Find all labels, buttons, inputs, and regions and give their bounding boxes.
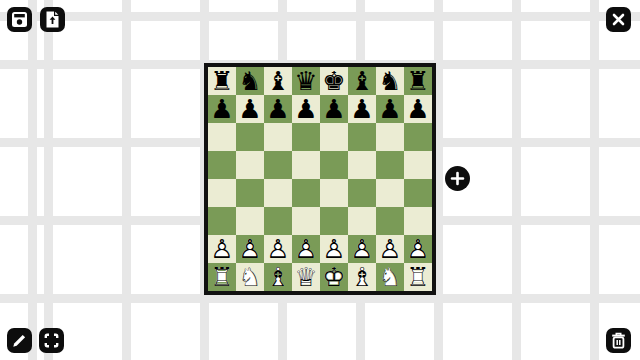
black-king-glyph: ♚ [320, 67, 348, 95]
square-b5[interactable] [236, 151, 264, 179]
black-pawn-glyph: ♟ [264, 95, 292, 123]
piece-black-pawn[interactable]: ♟ [404, 95, 432, 123]
square-c7[interactable]: ♟ [264, 95, 292, 123]
square-b4[interactable] [236, 179, 264, 207]
white-pawn-outline-glyph: ♙ [208, 235, 236, 263]
black-pawn-glyph: ♟ [208, 95, 236, 123]
white-pawn-outline-glyph: ♙ [264, 235, 292, 263]
piece-black-pawn[interactable]: ♟ [292, 95, 320, 123]
square-g7[interactable]: ♟ [376, 95, 404, 123]
fullscreen-button[interactable] [39, 328, 64, 353]
trash-icon [606, 328, 631, 353]
white-rook-outline-glyph: ♖ [208, 263, 236, 291]
piece-white-king[interactable]: ♚♔ [320, 263, 348, 291]
square-e7[interactable]: ♟ [320, 95, 348, 123]
square-a4[interactable] [208, 179, 236, 207]
white-knight-outline-glyph: ♘ [376, 263, 404, 291]
delete-button[interactable] [606, 328, 631, 353]
black-pawn-glyph: ♟ [348, 95, 376, 123]
piece-white-rook[interactable]: ♜♖ [208, 263, 236, 291]
white-bishop-outline-glyph: ♗ [348, 263, 376, 291]
square-c5[interactable] [264, 151, 292, 179]
square-f3[interactable] [348, 207, 376, 235]
square-d4[interactable] [292, 179, 320, 207]
upload-button[interactable] [40, 7, 65, 32]
square-a2[interactable]: ♟♙ [208, 235, 236, 263]
square-a6[interactable] [208, 123, 236, 151]
square-g6[interactable] [376, 123, 404, 151]
piece-white-pawn[interactable]: ♟♙ [292, 235, 320, 263]
piece-black-bishop[interactable]: ♝ [348, 67, 376, 95]
square-g8[interactable]: ♞ [376, 67, 404, 95]
piece-black-pawn[interactable]: ♟ [236, 95, 264, 123]
piece-white-pawn[interactable]: ♟♙ [208, 235, 236, 263]
save-icon [7, 7, 32, 32]
black-queen-glyph: ♛ [292, 67, 320, 95]
piece-white-rook[interactable]: ♜♖ [404, 263, 432, 291]
square-e8[interactable]: ♚ [320, 67, 348, 95]
piece-white-pawn[interactable]: ♟♙ [236, 235, 264, 263]
piece-black-pawn[interactable]: ♟ [320, 95, 348, 123]
white-bishop-outline-glyph: ♗ [264, 263, 292, 291]
square-b6[interactable] [236, 123, 264, 151]
square-h6[interactable] [404, 123, 432, 151]
white-pawn-outline-glyph: ♙ [348, 235, 376, 263]
piece-black-knight[interactable]: ♞ [236, 67, 264, 95]
square-d8[interactable]: ♛ [292, 67, 320, 95]
square-f2[interactable]: ♟♙ [348, 235, 376, 263]
piece-white-pawn[interactable]: ♟♙ [264, 235, 292, 263]
piece-black-queen[interactable]: ♛ [292, 67, 320, 95]
black-pawn-glyph: ♟ [376, 95, 404, 123]
square-h3[interactable] [404, 207, 432, 235]
square-d5[interactable] [292, 151, 320, 179]
piece-black-knight[interactable]: ♞ [376, 67, 404, 95]
save-button[interactable] [7, 7, 32, 32]
square-a1[interactable]: ♜♖ [208, 263, 236, 291]
square-e2[interactable]: ♟♙ [320, 235, 348, 263]
white-pawn-outline-glyph: ♙ [376, 235, 404, 263]
piece-black-king[interactable]: ♚ [320, 67, 348, 95]
white-queen-outline-glyph: ♕ [292, 263, 320, 291]
black-pawn-glyph: ♟ [236, 95, 264, 123]
black-pawn-glyph: ♟ [292, 95, 320, 123]
square-d3[interactable] [292, 207, 320, 235]
square-d2[interactable]: ♟♙ [292, 235, 320, 263]
square-g1[interactable]: ♞♘ [376, 263, 404, 291]
piece-white-queen[interactable]: ♛♕ [292, 263, 320, 291]
piece-white-bishop[interactable]: ♝♗ [348, 263, 376, 291]
square-h8[interactable]: ♜ [404, 67, 432, 95]
piece-white-pawn[interactable]: ♟♙ [320, 235, 348, 263]
square-f5[interactable] [348, 151, 376, 179]
square-b2[interactable]: ♟♙ [236, 235, 264, 263]
square-f8[interactable]: ♝ [348, 67, 376, 95]
black-pawn-glyph: ♟ [404, 95, 432, 123]
black-pawn-glyph: ♟ [320, 95, 348, 123]
square-f1[interactable]: ♝♗ [348, 263, 376, 291]
square-g5[interactable] [376, 151, 404, 179]
white-pawn-outline-glyph: ♙ [320, 235, 348, 263]
square-f7[interactable]: ♟ [348, 95, 376, 123]
white-knight-outline-glyph: ♘ [236, 263, 264, 291]
edit-button[interactable] [7, 328, 32, 353]
black-rook-glyph: ♜ [404, 67, 432, 95]
square-b7[interactable]: ♟ [236, 95, 264, 123]
piece-white-pawn[interactable]: ♟♙ [348, 235, 376, 263]
square-c6[interactable] [264, 123, 292, 151]
piece-black-pawn[interactable]: ♟ [264, 95, 292, 123]
square-f6[interactable] [348, 123, 376, 151]
piece-white-pawn[interactable]: ♟♙ [404, 235, 432, 263]
white-pawn-outline-glyph: ♙ [404, 235, 432, 263]
square-f4[interactable] [348, 179, 376, 207]
plus-icon [445, 166, 470, 191]
square-c2[interactable]: ♟♙ [264, 235, 292, 263]
square-e5[interactable] [320, 151, 348, 179]
square-h2[interactable]: ♟♙ [404, 235, 432, 263]
black-knight-glyph: ♞ [376, 67, 404, 95]
chess-board: ♜♞♝♛♚♝♞♜♟♟♟♟♟♟♟♟♟♙♟♙♟♙♟♙♟♙♟♙♟♙♟♙♜♖♞♘♝♗♛♕… [204, 63, 436, 295]
piece-black-pawn[interactable]: ♟ [348, 95, 376, 123]
square-a8[interactable]: ♜ [208, 67, 236, 95]
app-canvas: ♜♞♝♛♚♝♞♜♟♟♟♟♟♟♟♟♟♙♟♙♟♙♟♙♟♙♟♙♟♙♟♙♜♖♞♘♝♗♛♕… [0, 0, 640, 360]
square-a7[interactable]: ♟ [208, 95, 236, 123]
square-h4[interactable] [404, 179, 432, 207]
white-pawn-outline-glyph: ♙ [292, 235, 320, 263]
square-a3[interactable] [208, 207, 236, 235]
square-c8[interactable]: ♝ [264, 67, 292, 95]
file-upload-icon [40, 7, 65, 32]
piece-black-pawn[interactable]: ♟ [208, 95, 236, 123]
square-e6[interactable] [320, 123, 348, 151]
square-d1[interactable]: ♛♕ [292, 263, 320, 291]
square-d7[interactable]: ♟ [292, 95, 320, 123]
square-e3[interactable] [320, 207, 348, 235]
piece-black-rook[interactable]: ♜ [404, 67, 432, 95]
piece-white-pawn[interactable]: ♟♙ [376, 235, 404, 263]
black-rook-glyph: ♜ [208, 67, 236, 95]
square-g4[interactable] [376, 179, 404, 207]
piece-black-pawn[interactable]: ♟ [376, 95, 404, 123]
square-c3[interactable] [264, 207, 292, 235]
square-h5[interactable] [404, 151, 432, 179]
square-g3[interactable] [376, 207, 404, 235]
black-bishop-glyph: ♝ [264, 67, 292, 95]
square-e4[interactable] [320, 179, 348, 207]
pencil-icon [7, 328, 32, 353]
square-a5[interactable] [208, 151, 236, 179]
piece-white-knight[interactable]: ♞♘ [376, 263, 404, 291]
square-h1[interactable]: ♜♖ [404, 263, 432, 291]
square-h7[interactable]: ♟ [404, 95, 432, 123]
white-pawn-outline-glyph: ♙ [236, 235, 264, 263]
piece-black-rook[interactable]: ♜ [208, 67, 236, 95]
piece-white-knight[interactable]: ♞♘ [236, 263, 264, 291]
square-c4[interactable] [264, 179, 292, 207]
add-button[interactable] [445, 166, 470, 191]
square-g2[interactable]: ♟♙ [376, 235, 404, 263]
piece-white-bishop[interactable]: ♝♗ [264, 263, 292, 291]
close-button[interactable] [606, 7, 631, 32]
fullscreen-icon [39, 328, 64, 353]
white-king-outline-glyph: ♔ [320, 263, 348, 291]
square-d6[interactable] [292, 123, 320, 151]
black-bishop-glyph: ♝ [348, 67, 376, 95]
piece-black-bishop[interactable]: ♝ [264, 67, 292, 95]
black-knight-glyph: ♞ [236, 67, 264, 95]
square-c1[interactable]: ♝♗ [264, 263, 292, 291]
square-e1[interactable]: ♚♔ [320, 263, 348, 291]
white-rook-outline-glyph: ♖ [404, 263, 432, 291]
square-b3[interactable] [236, 207, 264, 235]
square-b8[interactable]: ♞ [236, 67, 264, 95]
square-b1[interactable]: ♞♘ [236, 263, 264, 291]
close-icon [606, 7, 631, 32]
